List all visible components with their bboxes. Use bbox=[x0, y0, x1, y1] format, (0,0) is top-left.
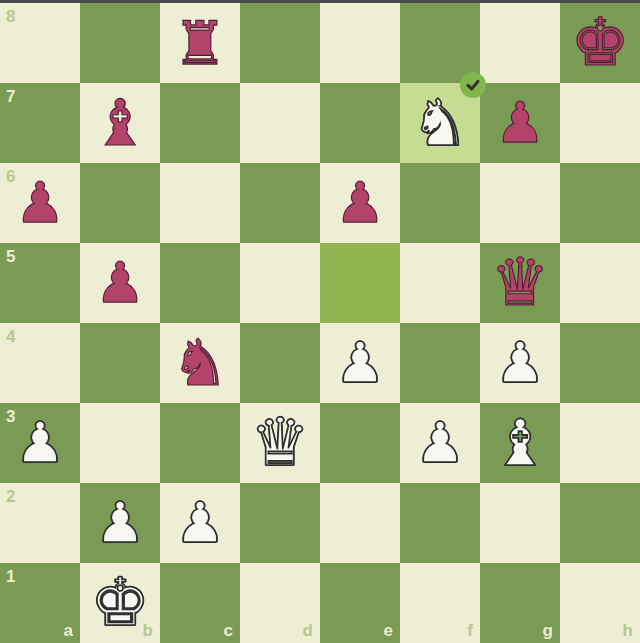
square-a8[interactable]: 8 bbox=[0, 3, 80, 83]
square-e6[interactable]: ♟ bbox=[320, 163, 400, 243]
file-label-f: f bbox=[467, 622, 473, 639]
square-e5[interactable] bbox=[320, 243, 400, 323]
square-g6[interactable] bbox=[480, 163, 560, 243]
square-b2[interactable]: ♟ bbox=[80, 483, 160, 563]
square-f4[interactable] bbox=[400, 323, 480, 403]
square-b1[interactable]: b♚ bbox=[80, 563, 160, 643]
square-f6[interactable] bbox=[400, 163, 480, 243]
square-e4[interactable]: ♟ bbox=[320, 323, 400, 403]
square-a5[interactable]: 5 bbox=[0, 243, 80, 323]
file-label-e: e bbox=[384, 622, 393, 639]
square-h5[interactable] bbox=[560, 243, 640, 323]
square-c5[interactable] bbox=[160, 243, 240, 323]
white-pawn[interactable]: ♟ bbox=[80, 483, 160, 563]
black-pawn[interactable]: ♟ bbox=[480, 83, 560, 163]
rank-label-5: 5 bbox=[6, 248, 15, 265]
correct-move-badge bbox=[460, 72, 486, 98]
square-b8[interactable] bbox=[80, 3, 160, 83]
white-pawn[interactable]: ♟ bbox=[480, 323, 560, 403]
square-f1[interactable]: f bbox=[400, 563, 480, 643]
square-b3[interactable] bbox=[80, 403, 160, 483]
square-h1[interactable]: h bbox=[560, 563, 640, 643]
rank-label-2: 2 bbox=[6, 488, 15, 505]
black-bishop[interactable]: ♝ bbox=[80, 83, 160, 163]
square-g2[interactable] bbox=[480, 483, 560, 563]
square-c7[interactable] bbox=[160, 83, 240, 163]
black-queen[interactable]: ♛ bbox=[480, 243, 560, 323]
square-f2[interactable] bbox=[400, 483, 480, 563]
square-a2[interactable]: 2 bbox=[0, 483, 80, 563]
square-h2[interactable] bbox=[560, 483, 640, 563]
black-king[interactable]: ♚ bbox=[560, 3, 640, 83]
square-b4[interactable] bbox=[80, 323, 160, 403]
square-c2[interactable]: ♟ bbox=[160, 483, 240, 563]
square-e3[interactable] bbox=[320, 403, 400, 483]
square-g1[interactable]: g bbox=[480, 563, 560, 643]
square-e1[interactable]: e bbox=[320, 563, 400, 643]
square-g3[interactable]: ♝ bbox=[480, 403, 560, 483]
square-h7[interactable] bbox=[560, 83, 640, 163]
square-a7[interactable]: 7 bbox=[0, 83, 80, 163]
black-pawn[interactable]: ♟ bbox=[320, 163, 400, 243]
square-d6[interactable] bbox=[240, 163, 320, 243]
square-h8[interactable]: ♚ bbox=[560, 3, 640, 83]
black-knight[interactable]: ♞ bbox=[160, 323, 240, 403]
rank-label-8: 8 bbox=[6, 8, 15, 25]
chess-board[interactable]: 8♜♚7♝♞♟6♟♟5♟♛4♞♟♟3♟♛♟♝2♟♟1ab♚cdefgh bbox=[0, 3, 640, 643]
square-d4[interactable] bbox=[240, 323, 320, 403]
file-label-g: g bbox=[543, 622, 553, 639]
check-icon bbox=[465, 77, 481, 93]
square-a6[interactable]: 6♟ bbox=[0, 163, 80, 243]
square-c1[interactable]: c bbox=[160, 563, 240, 643]
square-f5[interactable] bbox=[400, 243, 480, 323]
square-d2[interactable] bbox=[240, 483, 320, 563]
square-g8[interactable] bbox=[480, 3, 560, 83]
square-h6[interactable] bbox=[560, 163, 640, 243]
black-pawn[interactable]: ♟ bbox=[0, 163, 80, 243]
square-d3[interactable]: ♛ bbox=[240, 403, 320, 483]
white-king[interactable]: ♚ bbox=[80, 563, 160, 643]
white-pawn[interactable]: ♟ bbox=[400, 403, 480, 483]
square-a1[interactable]: 1a bbox=[0, 563, 80, 643]
square-g5[interactable]: ♛ bbox=[480, 243, 560, 323]
square-f8[interactable] bbox=[400, 3, 480, 83]
square-h4[interactable] bbox=[560, 323, 640, 403]
square-c3[interactable] bbox=[160, 403, 240, 483]
white-pawn[interactable]: ♟ bbox=[320, 323, 400, 403]
rank-label-4: 4 bbox=[6, 328, 15, 345]
square-b7[interactable]: ♝ bbox=[80, 83, 160, 163]
square-c4[interactable]: ♞ bbox=[160, 323, 240, 403]
square-c6[interactable] bbox=[160, 163, 240, 243]
square-e7[interactable] bbox=[320, 83, 400, 163]
square-b6[interactable] bbox=[80, 163, 160, 243]
square-d8[interactable] bbox=[240, 3, 320, 83]
square-b5[interactable]: ♟ bbox=[80, 243, 160, 323]
square-a3[interactable]: 3♟ bbox=[0, 403, 80, 483]
rank-label-7: 7 bbox=[6, 88, 15, 105]
file-label-d: d bbox=[303, 622, 313, 639]
square-g7[interactable]: ♟ bbox=[480, 83, 560, 163]
white-queen[interactable]: ♛ bbox=[240, 403, 320, 483]
square-d5[interactable] bbox=[240, 243, 320, 323]
white-pawn[interactable]: ♟ bbox=[160, 483, 240, 563]
square-h3[interactable] bbox=[560, 403, 640, 483]
rank-label-1: 1 bbox=[6, 568, 15, 585]
square-g4[interactable]: ♟ bbox=[480, 323, 560, 403]
file-label-a: a bbox=[64, 622, 73, 639]
file-label-c: c bbox=[224, 622, 233, 639]
white-bishop[interactable]: ♝ bbox=[480, 403, 560, 483]
white-pawn[interactable]: ♟ bbox=[0, 403, 80, 483]
square-d1[interactable]: d bbox=[240, 563, 320, 643]
square-c8[interactable]: ♜ bbox=[160, 3, 240, 83]
square-a4[interactable]: 4 bbox=[0, 323, 80, 403]
file-label-h: h bbox=[623, 622, 633, 639]
square-f7[interactable]: ♞ bbox=[400, 83, 480, 163]
chess-app-window: 8♜♚7♝♞♟6♟♟5♟♛4♞♟♟3♟♛♟♝2♟♟1ab♚cdefgh bbox=[0, 0, 640, 643]
square-e2[interactable] bbox=[320, 483, 400, 563]
black-pawn[interactable]: ♟ bbox=[80, 243, 160, 323]
square-d7[interactable] bbox=[240, 83, 320, 163]
square-f3[interactable]: ♟ bbox=[400, 403, 480, 483]
black-rook[interactable]: ♜ bbox=[160, 3, 240, 83]
square-e8[interactable] bbox=[320, 3, 400, 83]
